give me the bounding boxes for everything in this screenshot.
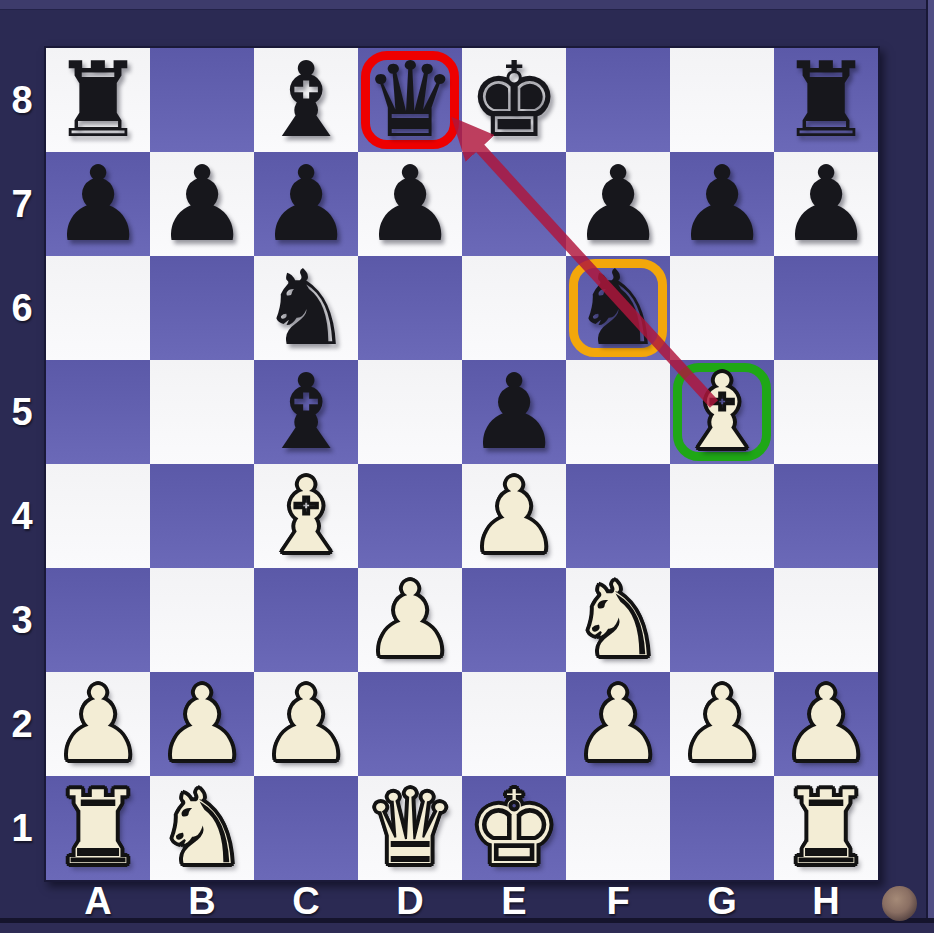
square-f8[interactable] <box>566 48 670 152</box>
black-pawn-d7[interactable]: ♟ <box>363 152 456 256</box>
square-h3[interactable] <box>774 568 878 672</box>
square-g3[interactable] <box>670 568 774 672</box>
square-g5[interactable]: ♝ <box>670 360 774 464</box>
black-rook-a8[interactable]: ♜ <box>51 48 144 152</box>
white-pawn-b2[interactable]: ♟ <box>155 672 248 776</box>
square-f2[interactable]: ♟ <box>566 672 670 776</box>
file-label-A: A <box>46 880 150 923</box>
board-frame: ♜♝♛♚♜♟♟♟♟♟♟♟♞♞♝♟♝♝♟♟♞♟♟♟♟♟♟♜♞♛♚♜ 8765432… <box>0 0 934 933</box>
square-h8[interactable]: ♜ <box>774 48 878 152</box>
square-a8[interactable]: ♜ <box>46 48 150 152</box>
file-label-H: H <box>774 880 878 923</box>
square-c2[interactable]: ♟ <box>254 672 358 776</box>
square-c6[interactable]: ♞ <box>254 256 358 360</box>
square-d3[interactable]: ♟ <box>358 568 462 672</box>
square-e6[interactable] <box>462 256 566 360</box>
black-pawn-g7[interactable]: ♟ <box>675 152 768 256</box>
square-h1[interactable]: ♜ <box>774 776 878 880</box>
file-label-D: D <box>358 880 462 923</box>
black-pawn-f7[interactable]: ♟ <box>571 152 664 256</box>
square-f3[interactable]: ♞ <box>566 568 670 672</box>
square-e2[interactable] <box>462 672 566 776</box>
square-b1[interactable]: ♞ <box>150 776 254 880</box>
square-g8[interactable] <box>670 48 774 152</box>
square-a4[interactable] <box>46 464 150 568</box>
white-pawn-f2[interactable]: ♟ <box>571 672 664 776</box>
square-h7[interactable]: ♟ <box>774 152 878 256</box>
board: ♜♝♛♚♜♟♟♟♟♟♟♟♞♞♝♟♝♝♟♟♞♟♟♟♟♟♟♜♞♛♚♜ <box>44 46 880 882</box>
square-c1[interactable] <box>254 776 358 880</box>
rank-label-1: 1 <box>0 776 44 880</box>
square-g4[interactable] <box>670 464 774 568</box>
square-d7[interactable]: ♟ <box>358 152 462 256</box>
rank-label-7: 7 <box>0 152 44 256</box>
window-top-bevel <box>0 0 934 10</box>
square-f5[interactable] <box>566 360 670 464</box>
white-rook-a1[interactable]: ♜ <box>51 776 144 880</box>
white-pawn-g2[interactable]: ♟ <box>675 672 768 776</box>
square-c5[interactable]: ♝ <box>254 360 358 464</box>
square-h2[interactable]: ♟ <box>774 672 878 776</box>
rank-label-8: 8 <box>0 48 44 152</box>
square-h6[interactable] <box>774 256 878 360</box>
square-e7[interactable] <box>462 152 566 256</box>
square-c4[interactable]: ♝ <box>254 464 358 568</box>
file-label-E: E <box>462 880 566 923</box>
black-king-e8[interactable]: ♚ <box>467 48 560 152</box>
white-pawn-c2[interactable]: ♟ <box>259 672 352 776</box>
square-b8[interactable] <box>150 48 254 152</box>
square-b5[interactable] <box>150 360 254 464</box>
black-bishop-c5[interactable]: ♝ <box>259 360 352 464</box>
black-pawn-c7[interactable]: ♟ <box>259 152 352 256</box>
square-a3[interactable] <box>46 568 150 672</box>
white-queen-d1[interactable]: ♛ <box>363 776 456 880</box>
black-pawn-h7[interactable]: ♟ <box>779 152 872 256</box>
square-d6[interactable] <box>358 256 462 360</box>
white-knight-f3[interactable]: ♞ <box>571 568 664 672</box>
rank-labels: 87654321 <box>0 48 44 880</box>
square-a5[interactable] <box>46 360 150 464</box>
file-label-G: G <box>670 880 774 923</box>
file-labels: ABCDEFGH <box>46 880 878 922</box>
square-g1[interactable] <box>670 776 774 880</box>
square-d5[interactable] <box>358 360 462 464</box>
square-a7[interactable]: ♟ <box>46 152 150 256</box>
rank-label-3: 3 <box>0 568 44 672</box>
rank-label-2: 2 <box>0 672 44 776</box>
corner-dot <box>882 886 917 921</box>
white-pawn-h2[interactable]: ♟ <box>779 672 872 776</box>
square-b4[interactable] <box>150 464 254 568</box>
black-pawn-a7[interactable]: ♟ <box>51 152 144 256</box>
rank-label-4: 4 <box>0 464 44 568</box>
square-d1[interactable]: ♛ <box>358 776 462 880</box>
square-c3[interactable] <box>254 568 358 672</box>
square-h4[interactable] <box>774 464 878 568</box>
black-pawn-e5[interactable]: ♟ <box>467 360 560 464</box>
white-pawn-d3[interactable]: ♟ <box>363 568 456 672</box>
square-f7[interactable]: ♟ <box>566 152 670 256</box>
window-right-bevel <box>926 0 934 933</box>
square-a1[interactable]: ♜ <box>46 776 150 880</box>
square-g2[interactable]: ♟ <box>670 672 774 776</box>
black-pawn-b7[interactable]: ♟ <box>155 152 248 256</box>
square-c8[interactable]: ♝ <box>254 48 358 152</box>
square-e3[interactable] <box>462 568 566 672</box>
white-king-e1[interactable]: ♚ <box>467 776 560 880</box>
rank-label-6: 6 <box>0 256 44 360</box>
square-a6[interactable] <box>46 256 150 360</box>
square-a2[interactable]: ♟ <box>46 672 150 776</box>
square-e1[interactable]: ♚ <box>462 776 566 880</box>
file-label-C: C <box>254 880 358 923</box>
white-bishop-g5[interactable]: ♝ <box>675 360 768 464</box>
square-d2[interactable] <box>358 672 462 776</box>
white-pawn-e4[interactable]: ♟ <box>467 464 560 568</box>
rank-label-5: 5 <box>0 360 44 464</box>
file-label-F: F <box>566 880 670 923</box>
file-label-B: B <box>150 880 254 923</box>
square-d8[interactable]: ♛ <box>358 48 462 152</box>
white-rook-h1[interactable]: ♜ <box>779 776 872 880</box>
black-knight-c6[interactable]: ♞ <box>259 256 352 360</box>
square-b2[interactable]: ♟ <box>150 672 254 776</box>
square-f1[interactable] <box>566 776 670 880</box>
square-b7[interactable]: ♟ <box>150 152 254 256</box>
white-bishop-c4[interactable]: ♝ <box>259 464 352 568</box>
white-knight-b1[interactable]: ♞ <box>155 776 248 880</box>
square-e5[interactable]: ♟ <box>462 360 566 464</box>
black-knight-f6[interactable]: ♞ <box>571 256 664 360</box>
black-queen-d8[interactable]: ♛ <box>363 48 456 152</box>
square-f4[interactable] <box>566 464 670 568</box>
square-e8[interactable]: ♚ <box>462 48 566 152</box>
square-g6[interactable] <box>670 256 774 360</box>
square-e4[interactable]: ♟ <box>462 464 566 568</box>
white-pawn-a2[interactable]: ♟ <box>51 672 144 776</box>
square-c7[interactable]: ♟ <box>254 152 358 256</box>
square-d4[interactable] <box>358 464 462 568</box>
square-b3[interactable] <box>150 568 254 672</box>
black-rook-h8[interactable]: ♜ <box>779 48 872 152</box>
black-bishop-c8[interactable]: ♝ <box>259 48 352 152</box>
square-h5[interactable] <box>774 360 878 464</box>
square-g7[interactable]: ♟ <box>670 152 774 256</box>
square-f6[interactable]: ♞ <box>566 256 670 360</box>
square-b6[interactable] <box>150 256 254 360</box>
